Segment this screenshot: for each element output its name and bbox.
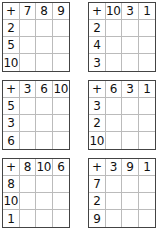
col-header-cell: 6	[106, 81, 123, 98]
answer-cell	[36, 132, 53, 149]
answer-cell	[53, 115, 70, 132]
col-header-cell: 9	[53, 3, 70, 20]
answer-cell	[36, 98, 53, 115]
answer-cell	[139, 37, 156, 54]
answer-cell	[36, 54, 53, 71]
row-header-cell: 2	[89, 20, 106, 37]
answer-cell	[20, 37, 37, 54]
row-header-cell: 2	[3, 20, 20, 37]
col-header-cell: 1	[139, 159, 156, 176]
addition-table-4: +6313210	[88, 80, 156, 150]
row-header-cell: 8	[3, 176, 20, 193]
answer-cell	[36, 176, 53, 193]
answer-cell	[139, 20, 156, 37]
answer-cell	[36, 193, 53, 210]
answer-cell	[20, 20, 37, 37]
col-header-cell: 7	[20, 3, 37, 20]
addition-tables-layout: +7892510 +1031243 +3610536 +6313210 +810…	[2, 2, 156, 228]
answer-cell	[139, 176, 156, 193]
answer-cell	[20, 193, 37, 210]
col-header-cell: 3	[122, 81, 139, 98]
answer-cell	[106, 98, 123, 115]
answer-cell	[53, 20, 70, 37]
row-header-cell: 5	[3, 98, 20, 115]
col-header-cell: 6	[36, 81, 53, 98]
operator-cell: +	[3, 159, 20, 176]
answer-cell	[20, 132, 37, 149]
answer-cell	[106, 20, 123, 37]
addition-table-3: +3610536	[2, 80, 70, 150]
answer-cell	[139, 210, 156, 227]
col-header-cell: 1	[139, 81, 156, 98]
answer-cell	[53, 193, 70, 210]
answer-cell	[53, 132, 70, 149]
answer-cell	[36, 115, 53, 132]
col-header-cell: 1	[139, 3, 156, 20]
addition-table-6: +391729	[88, 158, 156, 228]
row-header-cell: 1	[3, 210, 20, 227]
operator-cell: +	[89, 81, 106, 98]
answer-cell	[139, 115, 156, 132]
answer-cell	[106, 176, 123, 193]
answer-cell	[139, 193, 156, 210]
answer-cell	[122, 210, 139, 227]
row-header-cell: 9	[89, 210, 106, 227]
addition-table-2: +1031243	[88, 2, 156, 72]
answer-cell	[20, 210, 37, 227]
answer-cell	[20, 54, 37, 71]
answer-cell	[36, 20, 53, 37]
answer-cell	[122, 176, 139, 193]
row-header-cell: 2	[89, 115, 106, 132]
answer-cell	[139, 98, 156, 115]
answer-cell	[139, 132, 156, 149]
answer-cell	[122, 132, 139, 149]
row-header-cell: 3	[89, 98, 106, 115]
answer-cell	[122, 98, 139, 115]
row-header-cell: 10	[3, 193, 20, 210]
answer-cell	[122, 115, 139, 132]
col-header-cell: 3	[106, 159, 123, 176]
answer-cell	[139, 54, 156, 71]
answer-cell	[20, 115, 37, 132]
col-header-cell: 6	[53, 159, 70, 176]
answer-cell	[36, 37, 53, 54]
col-header-cell: 10	[106, 3, 123, 20]
addition-table-5: +81068101	[2, 158, 70, 228]
answer-cell	[20, 98, 37, 115]
col-header-cell: 8	[36, 3, 53, 20]
answer-cell	[106, 37, 123, 54]
answer-cell	[53, 54, 70, 71]
row-header-cell: 6	[3, 132, 20, 149]
row-header-cell: 4	[89, 37, 106, 54]
col-header-cell: 9	[122, 159, 139, 176]
answer-cell	[122, 54, 139, 71]
row-header-cell: 10	[3, 54, 20, 71]
answer-cell	[53, 98, 70, 115]
answer-cell	[53, 37, 70, 54]
answer-cell	[122, 193, 139, 210]
row-header-cell: 2	[89, 193, 106, 210]
addition-table-1: +7892510	[2, 2, 70, 72]
operator-cell: +	[89, 3, 106, 20]
answer-cell	[122, 37, 139, 54]
operator-cell: +	[89, 159, 106, 176]
operator-cell: +	[3, 81, 20, 98]
col-header-cell: 10	[36, 159, 53, 176]
answer-cell	[106, 210, 123, 227]
answer-cell	[53, 176, 70, 193]
operator-cell: +	[3, 3, 20, 20]
col-header-cell: 3	[20, 81, 37, 98]
answer-cell	[106, 54, 123, 71]
row-header-cell: 3	[89, 54, 106, 71]
row-header-cell: 7	[89, 176, 106, 193]
answer-cell	[53, 210, 70, 227]
row-header-cell: 10	[89, 132, 106, 149]
col-header-cell: 8	[20, 159, 37, 176]
answer-cell	[106, 193, 123, 210]
worksheet-page: +7892510 +1031243 +3610536 +6313210 +810…	[0, 0, 165, 230]
col-header-cell: 10	[53, 81, 70, 98]
answer-cell	[20, 176, 37, 193]
answer-cell	[36, 210, 53, 227]
answer-cell	[106, 115, 123, 132]
answer-cell	[106, 132, 123, 149]
row-header-cell: 5	[3, 37, 20, 54]
row-header-cell: 3	[3, 115, 20, 132]
answer-cell	[122, 20, 139, 37]
col-header-cell: 3	[122, 3, 139, 20]
